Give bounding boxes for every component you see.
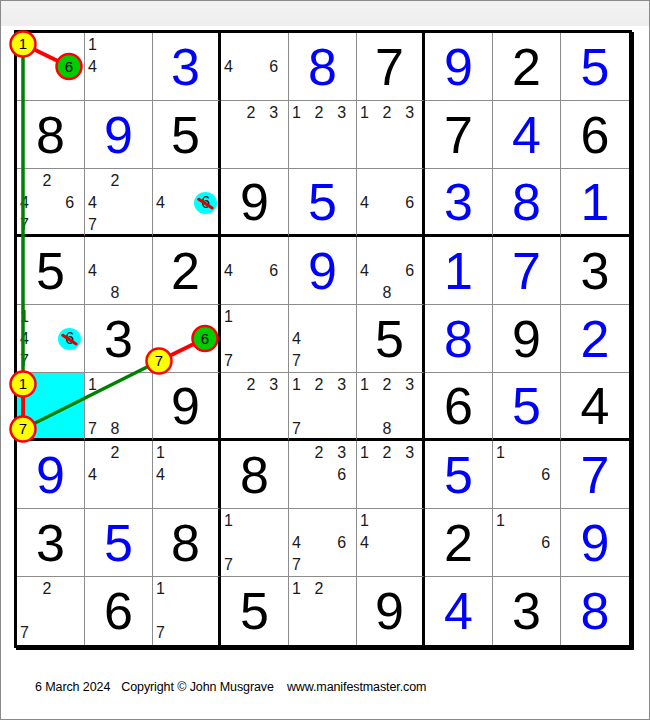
cell-r8c9[interactable]: 9	[561, 509, 629, 577]
cell-r1c2[interactable]: 14	[85, 33, 153, 101]
cell-r1c6[interactable]: 7	[357, 33, 425, 101]
entered-digit: 5	[85, 509, 152, 576]
cell-r1c9[interactable]: 5	[561, 33, 629, 101]
cell-r5c8[interactable]: 9	[493, 305, 561, 373]
candidate-3: 3	[330, 442, 353, 464]
entered-digit: 1	[425, 237, 492, 304]
cell-r5c2[interactable]: 3	[85, 305, 153, 373]
cell-r2c6[interactable]: 123	[357, 101, 425, 169]
cell-r3c9[interactable]: 1	[561, 169, 629, 237]
candidate-grid: 14	[353, 510, 421, 576]
cell-r2c1[interactable]: 8	[17, 101, 85, 169]
candidate-8: 8	[104, 282, 127, 304]
given-digit: 6	[561, 101, 629, 168]
given-digit: 2	[153, 237, 218, 304]
candidate-2: 2	[308, 578, 331, 600]
candidate-2: 2	[308, 102, 331, 124]
candidate-grid: 16	[489, 442, 557, 508]
given-digit: 7	[357, 33, 422, 100]
candidate-grid: 17	[149, 578, 217, 644]
cell-r5c7[interactable]: 8	[425, 305, 493, 373]
candidate-grid: 123	[285, 102, 353, 168]
candidate-7: 7	[285, 350, 308, 372]
entered-digit: 3	[425, 169, 492, 234]
candidate-8: 8	[376, 418, 399, 440]
candidate-2: 2	[36, 170, 59, 192]
cell-r2c3[interactable]: 5	[153, 101, 221, 169]
candidate-grid: 1237	[285, 374, 353, 440]
candidate-4: 4	[149, 464, 172, 486]
candidate-2: 2	[240, 102, 263, 124]
cell-r3c3[interactable]: 46	[153, 169, 221, 237]
entered-digit: 5	[561, 33, 629, 100]
candidate-6: 6	[330, 532, 353, 554]
candidate-grid	[13, 34, 81, 100]
candidate-3: 3	[262, 374, 285, 396]
cell-r6c5[interactable]: 1237	[289, 373, 357, 441]
candidate-6-eliminated: 6	[194, 192, 217, 214]
given-digit: 9	[153, 373, 218, 438]
entered-digit: 5	[493, 373, 560, 438]
candidate-4: 4	[13, 328, 36, 350]
candidate-grid: 23	[217, 102, 285, 168]
entered-digit: 5	[289, 169, 356, 234]
cell-r9c4[interactable]: 5	[221, 577, 289, 645]
candidate-grid: 24	[81, 442, 149, 508]
given-digit: 6	[425, 373, 492, 438]
cell-r2c7[interactable]: 7	[425, 101, 493, 169]
given-digit: 9	[221, 169, 288, 234]
candidate-4: 4	[285, 328, 308, 350]
candidate-4: 4	[81, 56, 104, 78]
cell-r8c3[interactable]: 8	[153, 509, 221, 577]
cell-r9c1[interactable]: 27	[17, 577, 85, 645]
cell-r4c1[interactable]: 5	[17, 237, 85, 305]
cell-r5c1[interactable]: 1467	[17, 305, 85, 373]
candidate-3: 3	[330, 374, 353, 396]
given-digit: 3	[493, 577, 560, 645]
cell-r2c8[interactable]: 4	[493, 101, 561, 169]
given-digit: 5	[17, 237, 84, 304]
candidate-6: 6	[398, 192, 421, 214]
candidate-1: 1	[489, 442, 512, 464]
cell-r5c4[interactable]: 17	[221, 305, 289, 373]
candidate-8: 8	[376, 282, 399, 304]
candidate-grid: 16	[489, 510, 557, 576]
candidate-6: 6	[58, 192, 81, 214]
entered-digit: 5	[425, 441, 492, 508]
candidate-7: 7	[285, 418, 308, 440]
cell-r4c6[interactable]: 468	[357, 237, 425, 305]
given-digit: 9	[357, 577, 422, 645]
cell-r7c9[interactable]: 7	[561, 441, 629, 509]
candidate-2: 2	[240, 374, 263, 396]
candidate-grid: 12	[285, 578, 353, 644]
given-digit: 8	[17, 101, 84, 168]
cell-r2c2[interactable]: 9	[85, 101, 153, 169]
entered-digit: 9	[561, 509, 629, 576]
cell-r6c4[interactable]: 23	[221, 373, 289, 441]
cell-r7c4[interactable]: 8	[221, 441, 289, 509]
cell-r5c6[interactable]: 5	[357, 305, 425, 373]
cell-r3c8[interactable]: 8	[493, 169, 561, 237]
candidate-1: 1	[489, 510, 512, 532]
entered-digit: 4	[425, 577, 492, 645]
entered-digit: 3	[153, 33, 218, 100]
candidate-1: 1	[353, 510, 376, 532]
candidate-7: 7	[217, 350, 240, 372]
entered-digit: 7	[561, 441, 629, 508]
given-digit: 5	[221, 577, 288, 645]
candidate-6: 6	[534, 464, 557, 486]
candidate-3: 3	[398, 102, 421, 124]
cell-r7c1[interactable]: 9	[17, 441, 85, 509]
sudoku-board: 1434687925895231231237462467247469546381…	[14, 30, 632, 648]
cell-r9c3[interactable]: 17	[153, 577, 221, 645]
cell-r6c7[interactable]: 6	[425, 373, 493, 441]
candidate-2: 2	[376, 102, 399, 124]
cell-r5c3[interactable]	[153, 305, 221, 373]
candidate-4: 4	[149, 192, 172, 214]
candidate-3: 3	[398, 442, 421, 464]
candidate-7: 7	[149, 622, 172, 644]
candidate-1: 1	[353, 374, 376, 396]
candidate-7: 7	[81, 214, 104, 236]
entered-digit: 9	[85, 101, 152, 168]
candidate-grid: 2467	[13, 170, 81, 236]
entered-digit: 9	[289, 237, 356, 304]
candidate-6-eliminated: 6	[58, 328, 81, 350]
candidate-2: 2	[376, 374, 399, 396]
entered-digit: 9	[425, 33, 492, 100]
cell-r7c2[interactable]: 24	[85, 441, 153, 509]
candidate-grid: 46	[217, 34, 285, 100]
entered-digit: 8	[425, 305, 492, 372]
cell-r9c8[interactable]: 3	[493, 577, 561, 645]
cell-r8c7[interactable]: 2	[425, 509, 493, 577]
candidate-grid: 14	[81, 34, 149, 100]
cell-r6c8[interactable]: 5	[493, 373, 561, 441]
candidate-8: 8	[104, 418, 127, 440]
cell-r9c5[interactable]: 12	[289, 577, 357, 645]
candidate-grid: 46	[217, 238, 285, 304]
cell-r3c7[interactable]: 3	[425, 169, 493, 237]
candidate-1: 1	[285, 374, 308, 396]
entered-digit: 2	[561, 305, 629, 372]
cell-r4c4[interactable]: 46	[221, 237, 289, 305]
cell-r2c9[interactable]: 6	[561, 101, 629, 169]
entered-digit: 1	[561, 169, 629, 234]
candidate-grid: 46	[353, 170, 421, 236]
candidate-grid: 236	[285, 442, 353, 508]
cell-r8c8[interactable]: 16	[493, 509, 561, 577]
candidate-grid	[13, 374, 81, 440]
cell-r7c3[interactable]: 14	[153, 441, 221, 509]
cell-r1c5[interactable]: 8	[289, 33, 357, 101]
given-digit: 2	[493, 33, 560, 100]
cell-r1c8[interactable]: 2	[493, 33, 561, 101]
candidate-6: 6	[330, 464, 353, 486]
candidate-1: 1	[13, 306, 36, 328]
cell-r3c2[interactable]: 247	[85, 169, 153, 237]
cell-r6c3[interactable]: 9	[153, 373, 221, 441]
candidate-7: 7	[13, 622, 36, 644]
cell-r9c7[interactable]: 4	[425, 577, 493, 645]
cell-r5c5[interactable]: 47	[289, 305, 357, 373]
candidate-4: 4	[217, 260, 240, 282]
entered-digit: 8	[561, 577, 629, 645]
cell-r6c6[interactable]: 1238	[357, 373, 425, 441]
cell-r3c1[interactable]: 2467	[17, 169, 85, 237]
candidate-4: 4	[81, 464, 104, 486]
entered-digit: 7	[493, 237, 560, 304]
cell-r8c2[interactable]: 5	[85, 509, 153, 577]
candidate-2: 2	[36, 578, 59, 600]
entered-digit: 8	[493, 169, 560, 234]
cell-r7c8[interactable]: 16	[493, 441, 561, 509]
given-digit: 7	[425, 101, 492, 168]
entered-digit: 8	[289, 33, 356, 100]
candidate-1: 1	[217, 510, 240, 532]
candidate-grid: 1238	[353, 374, 421, 440]
given-digit: 5	[153, 101, 218, 168]
cell-r8c5[interactable]: 467	[289, 509, 357, 577]
cell-r8c4[interactable]: 17	[221, 509, 289, 577]
candidate-grid: 23	[217, 374, 285, 440]
candidate-2: 2	[104, 170, 127, 192]
candidate-grid: 178	[81, 374, 149, 440]
candidate-grid: 46	[149, 170, 217, 236]
candidate-1: 1	[285, 102, 308, 124]
candidate-1: 1	[353, 102, 376, 124]
cell-r1c1[interactable]	[17, 33, 85, 101]
cell-r5c9[interactable]: 2	[561, 305, 629, 373]
cell-r6c1[interactable]	[17, 373, 85, 441]
candidate-7: 7	[81, 418, 104, 440]
candidate-4: 4	[13, 192, 36, 214]
candidate-4: 4	[353, 260, 376, 282]
candidate-grid: 47	[285, 306, 353, 372]
cell-r1c7[interactable]: 9	[425, 33, 493, 101]
cell-r1c4[interactable]: 46	[221, 33, 289, 101]
candidate-7: 7	[13, 214, 36, 236]
candidate-1: 1	[149, 578, 172, 600]
candidate-4: 4	[353, 192, 376, 214]
candidate-1: 1	[217, 306, 240, 328]
cell-r8c1[interactable]: 3	[17, 509, 85, 577]
candidate-2: 2	[308, 442, 331, 464]
footer-copyright: Copyright © John Musgrave	[121, 680, 274, 694]
candidate-grid: 123	[353, 442, 421, 508]
candidate-7: 7	[217, 554, 240, 576]
candidate-3: 3	[330, 102, 353, 124]
entered-digit: 9	[17, 441, 84, 508]
candidate-6: 6	[262, 56, 285, 78]
cell-r7c5[interactable]: 236	[289, 441, 357, 509]
cell-r6c9[interactable]: 4	[561, 373, 629, 441]
given-digit: 3	[561, 237, 629, 304]
candidate-4: 4	[217, 56, 240, 78]
candidate-6: 6	[262, 260, 285, 282]
candidate-1: 1	[285, 578, 308, 600]
candidate-2: 2	[104, 442, 127, 464]
given-digit: 6	[85, 577, 152, 645]
candidate-1: 1	[149, 442, 172, 464]
candidate-grid: 48	[81, 238, 149, 304]
candidate-4: 4	[285, 532, 308, 554]
candidate-2: 2	[308, 374, 331, 396]
candidate-1: 1	[81, 374, 104, 396]
candidate-grid: 17	[217, 510, 285, 576]
candidate-4: 4	[353, 532, 376, 554]
cell-r9c2[interactable]: 6	[85, 577, 153, 645]
cell-r3c4[interactable]: 9	[221, 169, 289, 237]
candidate-1: 1	[353, 442, 376, 464]
candidate-7: 7	[13, 350, 36, 372]
candidate-grid: 14	[149, 442, 217, 508]
candidate-2: 2	[376, 442, 399, 464]
candidate-grid: 467	[285, 510, 353, 576]
cell-r2c5[interactable]: 123	[289, 101, 357, 169]
candidate-grid: 247	[81, 170, 149, 236]
candidate-grid: 468	[353, 238, 421, 304]
given-digit: 8	[221, 441, 288, 508]
footer-website: www.manifestmaster.com	[287, 680, 427, 694]
cell-r6c2[interactable]: 178	[85, 373, 153, 441]
given-digit: 3	[85, 305, 152, 372]
given-digit: 8	[153, 509, 218, 576]
given-digit: 4	[561, 373, 629, 438]
candidate-3: 3	[262, 102, 285, 124]
candidate-6: 6	[534, 532, 557, 554]
header-band	[1, 1, 649, 26]
cell-r9c6[interactable]: 9	[357, 577, 425, 645]
cell-r4c5[interactable]: 9	[289, 237, 357, 305]
cell-r3c6[interactable]: 46	[357, 169, 425, 237]
footer-date: 6 March 2024	[35, 680, 110, 694]
candidate-7: 7	[285, 554, 308, 576]
cell-r4c3[interactable]: 2	[153, 237, 221, 305]
cell-r9c9[interactable]: 8	[561, 577, 629, 645]
candidate-3: 3	[398, 374, 421, 396]
cell-r4c7[interactable]: 1	[425, 237, 493, 305]
candidate-6: 6	[398, 260, 421, 282]
cell-r1c3[interactable]: 3	[153, 33, 221, 101]
cell-r4c8[interactable]: 7	[493, 237, 561, 305]
candidate-grid: 1467	[13, 306, 81, 372]
entered-digit: 4	[493, 101, 560, 168]
cell-r4c2[interactable]: 48	[85, 237, 153, 305]
cell-r3c5[interactable]: 5	[289, 169, 357, 237]
candidate-grid: 17	[217, 306, 285, 372]
cell-r2c4[interactable]: 23	[221, 101, 289, 169]
candidate-4: 4	[81, 260, 104, 282]
cell-r7c7[interactable]: 5	[425, 441, 493, 509]
given-digit: 5	[357, 305, 422, 372]
cell-r4c9[interactable]: 3	[561, 237, 629, 305]
candidate-1: 1	[81, 34, 104, 56]
candidate-4: 4	[81, 192, 104, 214]
candidate-grid: 27	[13, 578, 81, 644]
cell-r7c6[interactable]: 123	[357, 441, 425, 509]
cell-r8c6[interactable]: 14	[357, 509, 425, 577]
given-digit: 9	[493, 305, 560, 372]
given-digit: 2	[425, 509, 492, 576]
candidate-grid	[149, 306, 217, 372]
given-digit: 3	[17, 509, 84, 576]
candidate-grid: 123	[353, 102, 421, 168]
footer-caption: 6 March 2024Copyright © John Musgravewww…	[35, 680, 426, 694]
